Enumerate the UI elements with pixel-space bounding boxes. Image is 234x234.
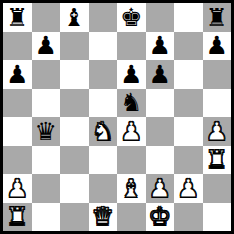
square-h4[interactable]: ♟ [203, 117, 232, 146]
square-f5[interactable] [146, 89, 175, 118]
square-g5[interactable] [174, 89, 203, 118]
square-f4[interactable] [146, 117, 175, 146]
square-f1[interactable]: ♚ [146, 203, 175, 232]
square-d8[interactable] [89, 3, 118, 32]
square-c1[interactable] [60, 203, 89, 232]
square-c7[interactable] [60, 32, 89, 61]
square-f6[interactable]: ♟ [146, 60, 175, 89]
piece-black-queen-b4[interactable]: ♛ [35, 119, 57, 144]
square-f7[interactable]: ♟ [146, 32, 175, 61]
square-c4[interactable] [60, 117, 89, 146]
square-f2[interactable]: ♟ [146, 174, 175, 203]
square-b4[interactable]: ♛ [32, 117, 61, 146]
square-b6[interactable] [32, 60, 61, 89]
square-g6[interactable] [174, 60, 203, 89]
square-d6[interactable] [89, 60, 118, 89]
square-e7[interactable] [117, 32, 146, 61]
square-h1[interactable] [203, 203, 232, 232]
square-e1[interactable] [117, 203, 146, 232]
piece-black-pawn-e6[interactable]: ♟ [120, 62, 142, 87]
piece-white-rook-a1[interactable]: ♜ [6, 204, 28, 229]
square-g4[interactable] [174, 117, 203, 146]
square-a8[interactable]: ♜ [3, 3, 32, 32]
piece-white-queen-d1[interactable]: ♛ [92, 204, 114, 229]
piece-white-king-f1[interactable]: ♚ [149, 204, 171, 229]
piece-white-pawn-h4[interactable]: ♟ [206, 119, 228, 144]
square-b7[interactable]: ♟ [32, 32, 61, 61]
square-b5[interactable] [32, 89, 61, 118]
piece-black-pawn-f6[interactable]: ♟ [149, 62, 171, 87]
piece-black-knight-e5[interactable]: ♞ [120, 90, 142, 115]
square-h3[interactable]: ♜ [203, 146, 232, 175]
square-g7[interactable] [174, 32, 203, 61]
square-d2[interactable] [89, 174, 118, 203]
square-c3[interactable] [60, 146, 89, 175]
square-c5[interactable] [60, 89, 89, 118]
square-f3[interactable] [146, 146, 175, 175]
square-h2[interactable] [203, 174, 232, 203]
square-d5[interactable] [89, 89, 118, 118]
piece-white-knight-d4[interactable]: ♞ [92, 119, 114, 144]
square-d7[interactable] [89, 32, 118, 61]
square-b8[interactable] [32, 3, 61, 32]
square-g3[interactable] [174, 146, 203, 175]
square-h6[interactable] [203, 60, 232, 89]
square-d3[interactable] [89, 146, 118, 175]
square-d1[interactable]: ♛ [89, 203, 118, 232]
square-a1[interactable]: ♜ [3, 203, 32, 232]
piece-black-bishop-c8[interactable]: ♝ [63, 5, 85, 30]
square-b3[interactable] [32, 146, 61, 175]
piece-black-pawn-b7[interactable]: ♟ [35, 33, 57, 58]
square-g1[interactable] [174, 203, 203, 232]
piece-white-pawn-g2[interactable]: ♟ [177, 176, 199, 201]
square-c2[interactable] [60, 174, 89, 203]
square-e4[interactable]: ♟ [117, 117, 146, 146]
square-b1[interactable] [32, 203, 61, 232]
square-e2[interactable]: ♝ [117, 174, 146, 203]
square-g2[interactable]: ♟ [174, 174, 203, 203]
square-e3[interactable] [117, 146, 146, 175]
chess-board: ♜♝♚♜♟♟♟♟♟♟♞♛♞♟♟♜♟♝♟♟♜♛♚ [3, 3, 231, 231]
square-e8[interactable]: ♚ [117, 3, 146, 32]
piece-white-pawn-a2[interactable]: ♟ [6, 176, 28, 201]
square-a3[interactable] [3, 146, 32, 175]
square-a5[interactable] [3, 89, 32, 118]
square-a6[interactable]: ♟ [3, 60, 32, 89]
square-c8[interactable]: ♝ [60, 3, 89, 32]
piece-black-rook-a8[interactable]: ♜ [6, 5, 28, 30]
square-a2[interactable]: ♟ [3, 174, 32, 203]
square-a4[interactable] [3, 117, 32, 146]
piece-black-pawn-h7[interactable]: ♟ [206, 33, 228, 58]
square-a7[interactable] [3, 32, 32, 61]
square-f8[interactable] [146, 3, 175, 32]
piece-black-king-e8[interactable]: ♚ [120, 5, 142, 30]
chess-board-frame: ♜♝♚♜♟♟♟♟♟♟♞♛♞♟♟♜♟♝♟♟♜♛♚ [0, 0, 234, 234]
piece-black-pawn-a6[interactable]: ♟ [6, 62, 28, 87]
square-e6[interactable]: ♟ [117, 60, 146, 89]
square-g8[interactable] [174, 3, 203, 32]
piece-black-rook-h8[interactable]: ♜ [206, 5, 228, 30]
square-c6[interactable] [60, 60, 89, 89]
piece-black-pawn-f7[interactable]: ♟ [149, 33, 171, 58]
piece-white-pawn-f2[interactable]: ♟ [149, 176, 171, 201]
square-b2[interactable] [32, 174, 61, 203]
square-d4[interactable]: ♞ [89, 117, 118, 146]
square-h7[interactable]: ♟ [203, 32, 232, 61]
piece-white-bishop-e2[interactable]: ♝ [120, 176, 142, 201]
piece-white-pawn-e4[interactable]: ♟ [120, 119, 142, 144]
square-e5[interactable]: ♞ [117, 89, 146, 118]
square-h8[interactable]: ♜ [203, 3, 232, 32]
square-h5[interactable] [203, 89, 232, 118]
piece-white-rook-h3[interactable]: ♜ [206, 147, 228, 172]
